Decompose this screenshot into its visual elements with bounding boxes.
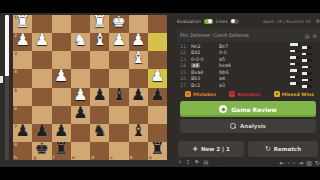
go-start-icon[interactable]: ⇤ — [279, 158, 284, 167]
rematch-button[interactable]: ↻ Rematch — [248, 141, 318, 157]
badge-label: Missed Wins — [282, 92, 314, 97]
mini-eval-fill — [302, 53, 306, 56]
black-move[interactable]: 0-0 — [219, 50, 265, 55]
toolbar-left-icons: ↗↧⚑▤ — [177, 158, 208, 167]
game-review-icon — [219, 105, 227, 113]
move-list[interactable]: 11.Ne2Be712.Bd20-013.0-0-0a514.a4bxa415.… — [177, 43, 320, 89]
white-move-text: Bd2 — [191, 50, 200, 55]
square-d3[interactable] — [90, 51, 109, 69]
opening-icons: ▤ ⚙ — [305, 33, 317, 39]
share-icon[interactable]: ↗ — [177, 158, 182, 167]
move-row: 13.0-0-0a5 — [177, 56, 320, 63]
rank-label: 8 — [14, 142, 17, 147]
black-king-g8[interactable]: ♚ — [32, 140, 51, 158]
mini-eval-bar — [302, 53, 312, 56]
engine-depth-info: depth: 15 | Stockfish 15 — [263, 19, 311, 24]
white-pawn-h2[interactable]: ♟ — [13, 31, 32, 49]
square-f8[interactable]: f♜ — [52, 142, 71, 160]
toolbar-nav-icons: ⇤‹›⇥▥↻ — [279, 158, 320, 167]
white-move[interactable]: Bxa4 — [191, 70, 219, 75]
square-d2[interactable]: ♝ — [90, 33, 109, 51]
engine-settings-gear-icon[interactable]: ⚙ — [316, 18, 320, 24]
square-a6[interactable] — [148, 106, 167, 124]
square-c7[interactable] — [109, 124, 128, 142]
mini-eval-bar — [290, 63, 300, 66]
square-b8[interactable]: b — [129, 142, 148, 160]
square-a1[interactable] — [148, 15, 167, 33]
white-knight-e2[interactable]: ♞ — [71, 31, 90, 49]
black-pawn-h7[interactable]: ♟ — [13, 122, 32, 140]
move-row: 16.Bb3a4 — [177, 76, 320, 83]
evaluation-toggle[interactable] — [204, 19, 213, 24]
move-row: 12.Bd20-0 — [177, 50, 320, 57]
move-eval-bars — [288, 43, 318, 49]
move-row: 17.Bc2a3 — [177, 82, 320, 89]
missed-wins-icon: ★ — [274, 91, 280, 97]
mini-eval-bar — [302, 66, 312, 69]
square-h7[interactable]: 7♟ — [13, 124, 32, 142]
mini-eval-bar — [290, 69, 300, 72]
square-h3[interactable]: 3 — [13, 51, 32, 69]
back-icon[interactable]: ‹ — [287, 158, 289, 167]
square-c6[interactable] — [109, 106, 128, 124]
rematch-icon: ↻ — [265, 146, 271, 153]
file-label: c — [110, 155, 113, 160]
square-e7[interactable] — [71, 124, 90, 142]
square-f1[interactable] — [52, 15, 71, 33]
mini-eval-fill — [290, 43, 298, 46]
mini-eval-fill — [302, 46, 307, 49]
move-number: 12. — [177, 50, 191, 55]
square-f4[interactable]: ♟ — [52, 69, 71, 87]
download-icon[interactable]: ↧ — [186, 158, 191, 167]
white-move-text: 0-0-0 — [191, 57, 204, 62]
white-move-text: Ne2 — [191, 44, 201, 49]
mini-eval-bar — [290, 56, 300, 59]
evaluation-bar-white-portion — [5, 15, 9, 76]
forward-icon[interactable]: › — [293, 158, 295, 167]
square-h4[interactable]: 4 — [13, 69, 32, 87]
opening-name: Pirc Defense: Czech Defense — [180, 33, 249, 38]
move-number: 16. — [177, 76, 191, 81]
lines-toggle-label: Lines — [216, 19, 228, 24]
move-row: 15.Bxa4Nb6 — [177, 69, 320, 76]
rank-label: 3 — [14, 51, 17, 56]
move-number: 11. — [177, 44, 191, 49]
plus-icon: + — [192, 146, 198, 153]
toggle-knob — [231, 19, 235, 23]
white-pawn-e5[interactable]: ♟ — [71, 86, 90, 104]
white-pawn-f4[interactable]: ♟ — [52, 67, 71, 85]
move-eval-bars — [288, 50, 318, 56]
evaluation-toggle-label: Evaluation — [177, 19, 201, 24]
toggle-knob — [208, 19, 212, 23]
black-move[interactable]: a3 — [219, 83, 265, 88]
black-bishop-c5[interactable]: ♝ — [109, 86, 128, 104]
rank-label: 6 — [14, 106, 17, 111]
white-pawn-c2[interactable]: ♟ — [109, 31, 128, 49]
flag-icon[interactable]: ⚑ — [194, 158, 199, 167]
square-a2[interactable] — [148, 33, 167, 51]
go-end-icon[interactable]: ⇥ — [298, 158, 303, 167]
square-b7[interactable]: ♝ — [129, 124, 148, 142]
square-e8[interactable]: e — [71, 142, 90, 160]
lines-toggle[interactable] — [230, 19, 239, 24]
square-g5[interactable] — [32, 88, 51, 106]
mini-eval-fill — [290, 76, 295, 79]
missed-wins-badge[interactable]: ★Missed Wins — [274, 91, 314, 97]
white-move-text: Bc2 — [191, 83, 200, 88]
move-number: 13. — [177, 57, 191, 62]
square-g4[interactable] — [32, 69, 51, 87]
white-move[interactable]: Bd2 — [191, 50, 219, 55]
black-pawn-a5[interactable]: ♟ — [148, 86, 167, 104]
game-review-label: Game Review — [231, 106, 277, 113]
bottom-toolbar: ↗↧⚑▤ ⇤‹›⇥▥↻ — [177, 158, 320, 167]
mistakes-icon: ! — [185, 91, 191, 97]
reset-icon[interactable]: ↻ — [315, 158, 320, 167]
rank-label: 5 — [14, 88, 17, 93]
analysis-label: Analysis — [240, 123, 266, 129]
white-bishop-b3[interactable]: ♝ — [129, 49, 148, 67]
square-g3[interactable] — [32, 51, 51, 69]
new-game-label: New 2 | 1 — [201, 146, 230, 152]
black-bishop-b7[interactable]: ♝ — [129, 122, 148, 140]
square-c3[interactable] — [109, 51, 128, 69]
mini-eval-fill — [290, 63, 295, 66]
black-pawn-g7[interactable]: ♟ — [32, 122, 51, 140]
mini-eval-fill — [290, 69, 297, 72]
chess-board[interactable]: 1♜♜♚2♟♟♞♝♟♟3♝4♟♟5♟♟♝♟♟6♟7♟♟♟♞♝8hg♚f♜edcb… — [13, 15, 167, 160]
move-eval-bars — [288, 63, 318, 69]
review-badges-row: !Mistakes??Blunders★Missed Wins — [177, 89, 320, 99]
opening-row: Pirc Defense: Czech Defense ▤ ⚙ — [177, 29, 320, 42]
white-pawn-b2[interactable]: ♟ — [129, 31, 148, 49]
square-b3[interactable]: ♝ — [129, 51, 148, 69]
mistakes-badge[interactable]: !Mistakes — [185, 91, 216, 97]
badge-label: Mistakes — [193, 92, 216, 97]
white-move[interactable]: Bb3 — [191, 76, 219, 81]
square-e2[interactable]: ♞ — [71, 33, 90, 51]
square-h5[interactable]: 5 — [13, 88, 32, 106]
mini-eval-fill — [302, 66, 308, 69]
rank-label: 4 — [14, 69, 17, 74]
black-rook-a8[interactable]: ♜ — [148, 140, 167, 158]
black-pawn-d5[interactable]: ♟ — [90, 86, 109, 104]
badge-label: Blunders — [237, 92, 260, 97]
square-a8[interactable]: a♜ — [148, 142, 167, 160]
opening-book-icon[interactable]: ▤ — [305, 33, 310, 39]
mini-eval-bar — [290, 43, 300, 46]
move-number: 17. — [177, 83, 191, 88]
move-row: 11.Ne2Be7 — [177, 43, 320, 50]
white-move[interactable]: a4 — [191, 63, 219, 68]
document-icon[interactable]: ▤ — [203, 158, 208, 167]
black-pawn-e6[interactable]: ♟ — [71, 104, 90, 122]
move-eval-bars — [288, 69, 318, 75]
game-review-button[interactable]: Game Review — [180, 101, 316, 117]
mini-eval-bar — [302, 72, 312, 75]
square-f2[interactable] — [52, 33, 71, 51]
chess-analysis-app: 1♜♜♚2♟♟♞♝♟♟3♝4♟♟5♟♟♝♟♟6♟7♟♟♟♞♝8hg♚f♜edcb… — [0, 0, 320, 180]
white-move-text: Bb3 — [191, 76, 200, 81]
mini-eval-fill — [302, 85, 307, 88]
mini-eval-bar — [302, 79, 312, 82]
move-row: 14.a4bxa4 — [177, 63, 320, 70]
square-e6[interactable]: ♟ — [71, 106, 90, 124]
square-d7[interactable]: ♞ — [90, 124, 109, 142]
black-move[interactable]: a5 — [219, 57, 265, 62]
white-pawn-a4[interactable]: ♟ — [148, 67, 167, 85]
square-g8[interactable]: g♚ — [32, 142, 51, 160]
engine-toggle-row: Evaluation Lines depth: 15 | Stockfish 1… — [177, 15, 320, 27]
black-knight-d7[interactable]: ♞ — [90, 122, 109, 140]
black-rook-f8[interactable]: ♜ — [52, 140, 71, 158]
new-game-button[interactable]: + New 2 | 1 — [178, 141, 244, 157]
file-label: e — [72, 155, 75, 160]
content-area: 1♜♜♚2♟♟♞♝♟♟3♝4♟♟5♟♟♝♟♟6♟7♟♟♟♞♝8hg♚f♜edcb… — [0, 13, 320, 167]
move-eval-bars — [288, 56, 318, 62]
square-c2[interactable]: ♟ — [109, 33, 128, 51]
analysis-button[interactable]: Analysis — [180, 119, 316, 133]
square-h2[interactable]: 2♟ — [13, 33, 32, 51]
mini-eval-fill — [290, 50, 295, 53]
square-g2[interactable]: ♟ — [32, 33, 51, 51]
white-rook-d1[interactable]: ♜ — [90, 13, 109, 31]
black-move[interactable]: Be7 — [219, 44, 265, 49]
rematch-label: Rematch — [274, 146, 301, 152]
move-eval-bars — [288, 76, 318, 82]
white-rook-h1[interactable]: ♜ — [13, 13, 32, 31]
blunders-badge[interactable]: ??Blunders — [229, 91, 260, 97]
move-number: 15. — [177, 70, 191, 75]
mini-eval-fill — [302, 72, 307, 75]
mini-eval-bar — [302, 46, 312, 49]
mini-eval-fill — [302, 59, 307, 62]
file-label: b — [130, 155, 133, 160]
board-list-icon[interactable]: ▥ — [306, 158, 312, 167]
white-move-text: a4 — [191, 63, 200, 68]
mini-eval-fill — [290, 56, 296, 59]
white-move[interactable]: 0-0-0 — [191, 57, 219, 62]
mini-eval-bar — [290, 82, 300, 85]
square-d5[interactable]: ♟ — [90, 88, 109, 106]
evaluation-bar — [5, 15, 9, 160]
white-bishop-d2[interactable]: ♝ — [90, 31, 109, 49]
square-f5[interactable] — [52, 88, 71, 106]
square-c8[interactable]: c — [109, 142, 128, 160]
mini-eval-bar — [290, 76, 300, 79]
white-move[interactable]: Ne2 — [191, 44, 219, 49]
mini-eval-bar — [302, 85, 312, 88]
mini-eval-fill — [290, 82, 296, 85]
black-move[interactable]: Nb6 — [219, 70, 265, 75]
white-move-text: Bxa4 — [191, 70, 203, 75]
video-artifact — [0, 76, 3, 83]
black-pawn-b5[interactable]: ♟ — [129, 86, 148, 104]
black-pawn-f7[interactable]: ♟ — [52, 122, 71, 140]
black-move[interactable]: a4 — [219, 76, 265, 81]
white-move[interactable]: Bc2 — [191, 83, 219, 88]
opening-settings-icon[interactable]: ⚙ — [313, 33, 317, 39]
mini-eval-bar — [290, 50, 300, 53]
mini-eval-bar — [302, 59, 312, 62]
square-c5[interactable]: ♝ — [109, 88, 128, 106]
black-move[interactable]: bxa4 — [219, 63, 265, 68]
blunders-icon: ?? — [229, 91, 235, 97]
square-b5[interactable]: ♟ — [129, 88, 148, 106]
square-d8[interactable]: d — [90, 142, 109, 160]
mini-eval-fill — [302, 79, 308, 82]
square-a5[interactable]: ♟ — [148, 88, 167, 106]
move-eval-bars — [288, 82, 318, 88]
white-king-c1[interactable]: ♚ — [109, 13, 128, 31]
move-number: 14. — [177, 63, 191, 68]
magnifier-icon — [230, 123, 236, 129]
square-e3[interactable] — [71, 51, 90, 69]
square-h8[interactable]: 8h — [13, 142, 32, 160]
file-label: h — [14, 155, 17, 160]
file-label: d — [91, 155, 94, 160]
white-pawn-g2[interactable]: ♟ — [32, 31, 51, 49]
